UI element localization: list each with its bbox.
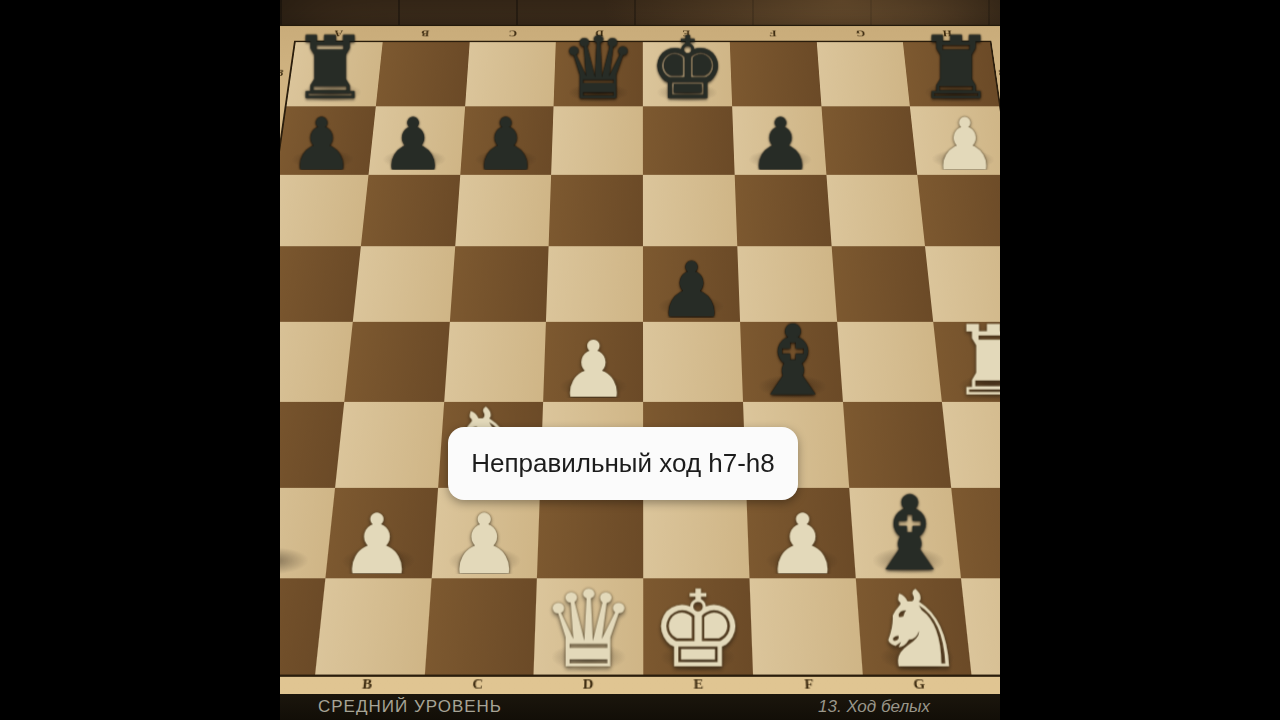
file-label-bottom-c: C bbox=[422, 672, 534, 696]
square-g4[interactable] bbox=[837, 322, 943, 402]
square-c6[interactable] bbox=[455, 174, 552, 246]
piece-white-knight-g1[interactable]: ♞ bbox=[863, 579, 973, 676]
square-a6[interactable] bbox=[280, 174, 368, 246]
chess-app-background: ABCDEFGH ABCDEFGH 87654321 87654321 ♜♛♚♜… bbox=[280, 0, 1000, 720]
chess-board[interactable]: ABCDEFGH ABCDEFGH 87654321 87654321 ♜♛♚♜… bbox=[280, 25, 1000, 698]
file-labels-bottom: ABCDEFGH bbox=[280, 672, 1000, 696]
piece-white-pawn-d4[interactable]: ♟ bbox=[543, 314, 643, 402]
file-label-top-f: F bbox=[729, 26, 817, 41]
piece-white-rook-h4[interactable]: ♜ bbox=[943, 314, 1000, 402]
white-king-glyph: ♚ bbox=[651, 577, 746, 683]
difficulty-level-label: СРЕДНИЙ УРОВЕНЬ bbox=[318, 697, 502, 717]
white-queen-glyph: ♛ bbox=[541, 577, 636, 683]
square-c5[interactable] bbox=[449, 246, 548, 322]
white-pawn-glyph: ♟ bbox=[446, 503, 521, 586]
file-label-bottom-g: G bbox=[863, 672, 976, 696]
board-scene: ABCDEFGH ABCDEFGH 87654321 87654321 ♜♛♚♜… bbox=[280, 0, 1000, 683]
white-rook-glyph: ♜ bbox=[950, 312, 1000, 409]
square-h8[interactable] bbox=[903, 42, 999, 106]
square-f6[interactable] bbox=[734, 174, 831, 246]
invalid-move-toast: Неправильный ход h7-h8 bbox=[448, 427, 798, 500]
square-b4[interactable] bbox=[344, 322, 449, 402]
white-knight-glyph: ♞ bbox=[870, 577, 965, 683]
square-e8[interactable] bbox=[643, 42, 732, 106]
piece-white-pawn-a2[interactable]: ♟ bbox=[280, 486, 324, 580]
square-g7[interactable] bbox=[821, 107, 917, 175]
square-b1[interactable] bbox=[315, 578, 431, 675]
square-b6[interactable] bbox=[361, 174, 460, 246]
square-h6[interactable] bbox=[917, 174, 1000, 246]
file-label-top-e: E bbox=[643, 26, 730, 41]
file-label-top-b: B bbox=[381, 26, 469, 41]
file-label-top-a: A bbox=[294, 26, 383, 41]
square-e4[interactable] bbox=[643, 322, 743, 402]
file-label-top-d: D bbox=[556, 26, 643, 41]
piece-white-king-e1[interactable]: ♚ bbox=[643, 579, 753, 676]
white-pawn-glyph: ♟ bbox=[280, 503, 308, 586]
square-a8[interactable] bbox=[286, 42, 382, 106]
square-f8[interactable] bbox=[730, 42, 821, 106]
white-pawn-glyph: ♟ bbox=[558, 331, 628, 409]
piece-white-pawn-b2[interactable]: ♟ bbox=[324, 486, 430, 580]
file-label-bottom-d: D bbox=[532, 672, 643, 696]
file-label-bottom-h: H bbox=[973, 672, 1000, 696]
square-a1[interactable] bbox=[280, 578, 325, 675]
file-label-bottom-a: A bbox=[280, 672, 313, 696]
screen: ABCDEFGH ABCDEFGH 87654321 87654321 ♜♛♚♜… bbox=[0, 0, 1280, 720]
letterbox-left bbox=[0, 0, 280, 720]
square-d7[interactable] bbox=[551, 107, 643, 175]
square-d5[interactable] bbox=[546, 246, 643, 322]
square-e5[interactable] bbox=[643, 246, 740, 322]
square-g8[interactable] bbox=[816, 42, 910, 106]
letterbox-right bbox=[1000, 0, 1280, 720]
square-a7[interactable] bbox=[280, 107, 376, 175]
file-label-top-h: H bbox=[903, 26, 992, 41]
square-d8[interactable] bbox=[554, 42, 643, 106]
square-a5[interactable] bbox=[280, 246, 361, 322]
square-a4[interactable] bbox=[280, 322, 353, 402]
square-g5[interactable] bbox=[831, 246, 933, 322]
square-b7[interactable] bbox=[368, 107, 464, 175]
piece-white-queen-d1[interactable]: ♛ bbox=[533, 579, 643, 676]
square-e7[interactable] bbox=[643, 107, 735, 175]
square-f7[interactable] bbox=[732, 107, 826, 175]
piece-black-bishop-f4[interactable]: ♝ bbox=[743, 314, 843, 402]
black-bishop-glyph: ♝ bbox=[750, 312, 837, 409]
white-pawn-glyph: ♟ bbox=[340, 503, 415, 586]
square-d2[interactable] bbox=[537, 487, 643, 578]
square-g6[interactable] bbox=[826, 174, 925, 246]
square-f1[interactable] bbox=[749, 578, 862, 675]
status-bar: СРЕДНИЙ УРОВЕНЬ 13. Ход белых bbox=[280, 694, 1000, 720]
square-a3[interactable] bbox=[280, 402, 344, 487]
square-e6[interactable] bbox=[643, 174, 737, 246]
square-c1[interactable] bbox=[424, 578, 537, 675]
file-label-top-c: C bbox=[468, 26, 556, 41]
move-indicator-label: 13. Ход белых bbox=[818, 697, 930, 717]
file-label-bottom-e: E bbox=[643, 672, 754, 696]
square-b3[interactable] bbox=[335, 402, 444, 487]
square-c7[interactable] bbox=[460, 107, 554, 175]
square-h7[interactable] bbox=[910, 107, 1000, 175]
square-c8[interactable] bbox=[465, 42, 556, 106]
file-label-bottom-f: F bbox=[753, 672, 865, 696]
square-d6[interactable] bbox=[549, 174, 643, 246]
square-e2[interactable] bbox=[643, 487, 749, 578]
square-b5[interactable] bbox=[353, 246, 455, 322]
invalid-move-text: Неправильный ход h7-h8 bbox=[471, 448, 775, 479]
piece-black-bishop-g2[interactable]: ♝ bbox=[856, 486, 962, 580]
square-b8[interactable] bbox=[376, 42, 470, 106]
white-pawn-glyph: ♟ bbox=[766, 503, 841, 586]
file-label-bottom-b: B bbox=[311, 672, 423, 696]
file-label-top-g: G bbox=[816, 26, 904, 41]
file-labels-top: ABCDEFGH bbox=[294, 26, 991, 41]
